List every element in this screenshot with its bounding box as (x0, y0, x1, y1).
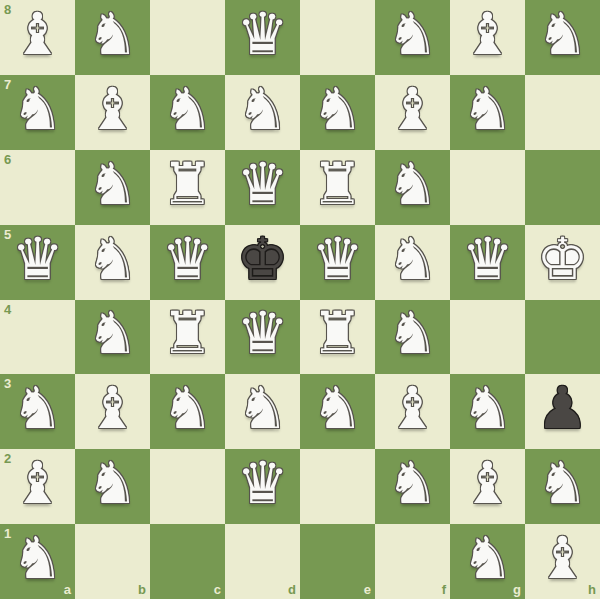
piece-white-knight[interactable]: ♞ (12, 524, 64, 596)
rank-label-6: 6 (4, 153, 11, 166)
square-c5[interactable]: ♛ (150, 225, 225, 300)
rank-label-7: 7 (4, 78, 11, 91)
square-g7[interactable]: ♞ (450, 75, 525, 150)
piece-white-knight[interactable]: ♞ (387, 300, 439, 372)
piece-white-knight[interactable]: ♞ (462, 524, 514, 596)
piece-white-queen[interactable]: ♛ (312, 225, 364, 297)
square-f4[interactable]: ♞ (375, 300, 450, 375)
square-e4[interactable]: ♜ (300, 300, 375, 375)
piece-white-knight[interactable]: ♞ (162, 75, 214, 147)
square-b8[interactable]: ♞ (75, 0, 150, 75)
piece-white-queen[interactable]: ♛ (237, 0, 289, 72)
square-a6[interactable]: 6 (0, 150, 75, 225)
square-d6[interactable]: ♛ (225, 150, 300, 225)
piece-white-knight[interactable]: ♞ (387, 150, 439, 222)
rank-label-3: 3 (4, 377, 11, 390)
square-a7[interactable]: 7♞ (0, 75, 75, 150)
square-b5[interactable]: ♞ (75, 225, 150, 300)
piece-white-bishop[interactable]: ♝ (12, 0, 64, 72)
piece-black-king[interactable]: ♚ (237, 225, 289, 297)
piece-white-knight[interactable]: ♞ (87, 300, 139, 372)
square-h8[interactable]: ♞ (525, 0, 600, 75)
square-f1[interactable]: f (375, 524, 450, 599)
square-g8[interactable]: ♝ (450, 0, 525, 75)
square-h3[interactable]: ♟ (525, 374, 600, 449)
piece-white-knight[interactable]: ♞ (87, 0, 139, 72)
square-d8[interactable]: ♛ (225, 0, 300, 75)
square-a5[interactable]: 5♛ (0, 225, 75, 300)
piece-white-bishop[interactable]: ♝ (12, 449, 64, 521)
piece-white-queen[interactable]: ♛ (12, 225, 64, 297)
square-a2[interactable]: 2♝ (0, 449, 75, 524)
piece-white-knight[interactable]: ♞ (537, 449, 589, 521)
rank-label-8: 8 (4, 3, 11, 16)
rank-label-5: 5 (4, 228, 11, 241)
square-d3[interactable]: ♞ (225, 374, 300, 449)
piece-white-knight[interactable]: ♞ (162, 374, 214, 446)
file-label-b: b (138, 583, 146, 596)
square-b2[interactable]: ♞ (75, 449, 150, 524)
piece-white-queen[interactable]: ♛ (237, 150, 289, 222)
piece-white-knight[interactable]: ♞ (387, 449, 439, 521)
square-f3[interactable]: ♝ (375, 374, 450, 449)
square-c1[interactable]: c (150, 524, 225, 599)
piece-white-knight[interactable]: ♞ (237, 374, 289, 446)
square-c2[interactable] (150, 449, 225, 524)
square-g4[interactable] (450, 300, 525, 375)
piece-white-bishop[interactable]: ♝ (462, 0, 514, 72)
file-label-g: g (513, 583, 521, 596)
square-h7[interactable] (525, 75, 600, 150)
piece-white-knight[interactable]: ♞ (87, 449, 139, 521)
piece-white-knight[interactable]: ♞ (87, 225, 139, 297)
piece-white-knight[interactable]: ♞ (237, 75, 289, 147)
piece-black-pawn[interactable]: ♟ (537, 374, 589, 446)
chess-board: 8♝♞♛♞♝♞7♞♝♞♞♞♝♞6♞♜♛♜♞5♛♞♛♚♛♞♛♚4♞♜♛♜♞3♞♝♞… (0, 0, 600, 599)
square-d5[interactable]: ♚ (225, 225, 300, 300)
square-d2[interactable]: ♛ (225, 449, 300, 524)
square-g5[interactable]: ♛ (450, 225, 525, 300)
square-c6[interactable]: ♜ (150, 150, 225, 225)
rank-label-2: 2 (4, 452, 11, 465)
piece-white-knight[interactable]: ♞ (312, 374, 364, 446)
piece-white-bishop[interactable]: ♝ (387, 374, 439, 446)
square-e2[interactable] (300, 449, 375, 524)
piece-white-rook[interactable]: ♜ (162, 300, 214, 372)
square-b1[interactable]: b (75, 524, 150, 599)
piece-white-knight[interactable]: ♞ (462, 374, 514, 446)
piece-white-knight[interactable]: ♞ (12, 374, 64, 446)
square-e7[interactable]: ♞ (300, 75, 375, 150)
square-b3[interactable]: ♝ (75, 374, 150, 449)
piece-white-rook[interactable]: ♜ (312, 300, 364, 372)
square-a1[interactable]: 1a♞ (0, 524, 75, 599)
square-d7[interactable]: ♞ (225, 75, 300, 150)
square-h4[interactable] (525, 300, 600, 375)
piece-white-knight[interactable]: ♞ (462, 75, 514, 147)
piece-white-knight[interactable]: ♞ (12, 75, 64, 147)
square-g3[interactable]: ♞ (450, 374, 525, 449)
piece-white-knight[interactable]: ♞ (387, 225, 439, 297)
square-c8[interactable] (150, 0, 225, 75)
square-e6[interactable]: ♜ (300, 150, 375, 225)
rank-label-4: 4 (4, 303, 11, 316)
piece-white-bishop[interactable]: ♝ (87, 374, 139, 446)
piece-white-bishop[interactable]: ♝ (537, 524, 589, 596)
piece-white-queen[interactable]: ♛ (162, 225, 214, 297)
square-b4[interactable]: ♞ (75, 300, 150, 375)
square-a8[interactable]: 8♝ (0, 0, 75, 75)
square-h5[interactable]: ♚ (525, 225, 600, 300)
piece-white-rook[interactable]: ♜ (312, 150, 364, 222)
piece-white-bishop[interactable]: ♝ (462, 449, 514, 521)
square-f6[interactable]: ♞ (375, 150, 450, 225)
square-c4[interactable]: ♜ (150, 300, 225, 375)
piece-white-bishop[interactable]: ♝ (387, 75, 439, 147)
square-e8[interactable] (300, 0, 375, 75)
piece-white-king[interactable]: ♚ (537, 225, 589, 297)
piece-white-knight[interactable]: ♞ (537, 0, 589, 72)
square-c3[interactable]: ♞ (150, 374, 225, 449)
square-h2[interactable]: ♞ (525, 449, 600, 524)
file-label-h: h (588, 583, 596, 596)
file-label-c: c (214, 583, 221, 596)
square-g2[interactable]: ♝ (450, 449, 525, 524)
piece-white-knight[interactable]: ♞ (312, 75, 364, 147)
square-g1[interactable]: g♞ (450, 524, 525, 599)
square-d1[interactable]: d (225, 524, 300, 599)
file-label-f: f (442, 583, 446, 596)
square-d4[interactable]: ♛ (225, 300, 300, 375)
square-e5[interactable]: ♛ (300, 225, 375, 300)
piece-white-queen[interactable]: ♛ (237, 300, 289, 372)
piece-white-queen[interactable]: ♛ (237, 449, 289, 521)
square-f2[interactable]: ♞ (375, 449, 450, 524)
square-b6[interactable]: ♞ (75, 150, 150, 225)
piece-white-bishop[interactable]: ♝ (87, 75, 139, 147)
square-e1[interactable]: e (300, 524, 375, 599)
square-f7[interactable]: ♝ (375, 75, 450, 150)
piece-white-rook[interactable]: ♜ (162, 150, 214, 222)
square-h1[interactable]: h♝ (525, 524, 600, 599)
piece-white-knight[interactable]: ♞ (87, 150, 139, 222)
square-f8[interactable]: ♞ (375, 0, 450, 75)
square-g6[interactable] (450, 150, 525, 225)
square-b7[interactable]: ♝ (75, 75, 150, 150)
piece-white-knight[interactable]: ♞ (387, 0, 439, 72)
square-c7[interactable]: ♞ (150, 75, 225, 150)
piece-white-queen[interactable]: ♛ (462, 225, 514, 297)
square-h6[interactable] (525, 150, 600, 225)
square-a4[interactable]: 4 (0, 300, 75, 375)
file-label-e: e (364, 583, 371, 596)
file-label-a: a (64, 583, 71, 596)
square-f5[interactable]: ♞ (375, 225, 450, 300)
square-a3[interactable]: 3♞ (0, 374, 75, 449)
file-label-d: d (288, 583, 296, 596)
square-e3[interactable]: ♞ (300, 374, 375, 449)
rank-label-1: 1 (4, 527, 11, 540)
